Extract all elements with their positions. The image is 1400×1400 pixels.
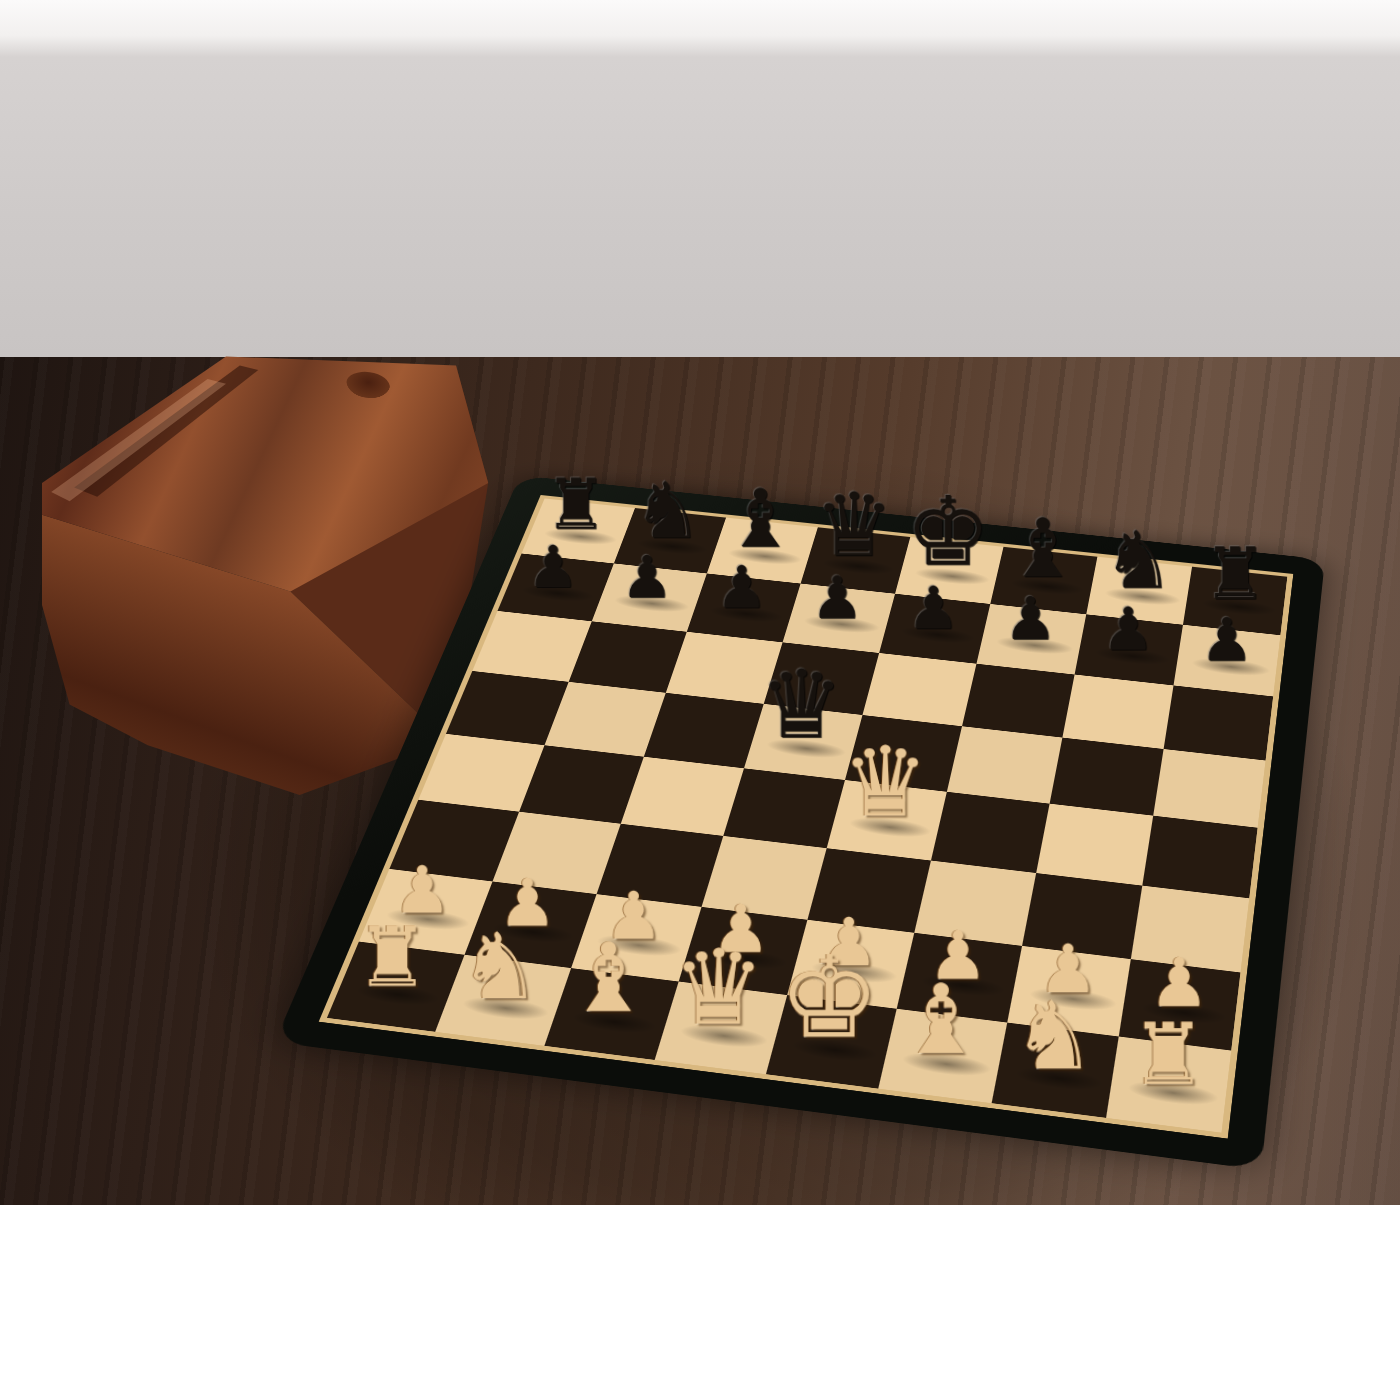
white-queen-glyph: ♛ — [803, 734, 966, 831]
square-c6[interactable] — [666, 632, 783, 704]
square-e8[interactable] — [895, 537, 1003, 604]
bottom-white-band — [0, 1205, 1400, 1400]
product-photo-scene: ♜♞♝♛♚♝♞♜♟♟♟♟♟♟♟♟♛♛♟♟♟♟♟♟♟♟♜♞♝♛♚♝♞♜ — [0, 0, 1400, 1400]
background-wall — [0, 0, 1400, 357]
white-rook-glyph: ♜ — [1078, 1012, 1256, 1097]
square-c8[interactable] — [707, 518, 818, 584]
square-e6[interactable] — [862, 653, 976, 726]
square-g8[interactable] — [1086, 557, 1192, 625]
square-g6[interactable] — [1062, 675, 1173, 749]
